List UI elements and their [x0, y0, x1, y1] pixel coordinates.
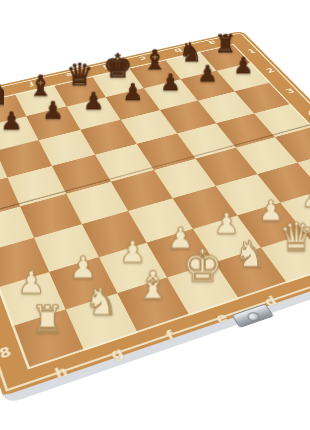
chess-board-surface: hgfedcba1♜♞♝♛♚♝♞♜12♟♟♟♟♟♟♟♟2334455667♟♟♟…	[0, 31, 310, 405]
chess-board: hgfedcba1♜♞♝♛♚♝♞♜12♟♟♟♟♟♟♟♟2334455667♟♟♟…	[0, 31, 310, 405]
product-photo-chess-set: hgfedcba1♜♞♝♛♚♝♞♜12♟♟♟♟♟♟♟♟2334455667♟♟♟…	[0, 0, 310, 430]
photo-scene: hgfedcba1♜♞♝♛♚♝♞♜12♟♟♟♟♟♟♟♟2334455667♟♟♟…	[0, 0, 310, 430]
